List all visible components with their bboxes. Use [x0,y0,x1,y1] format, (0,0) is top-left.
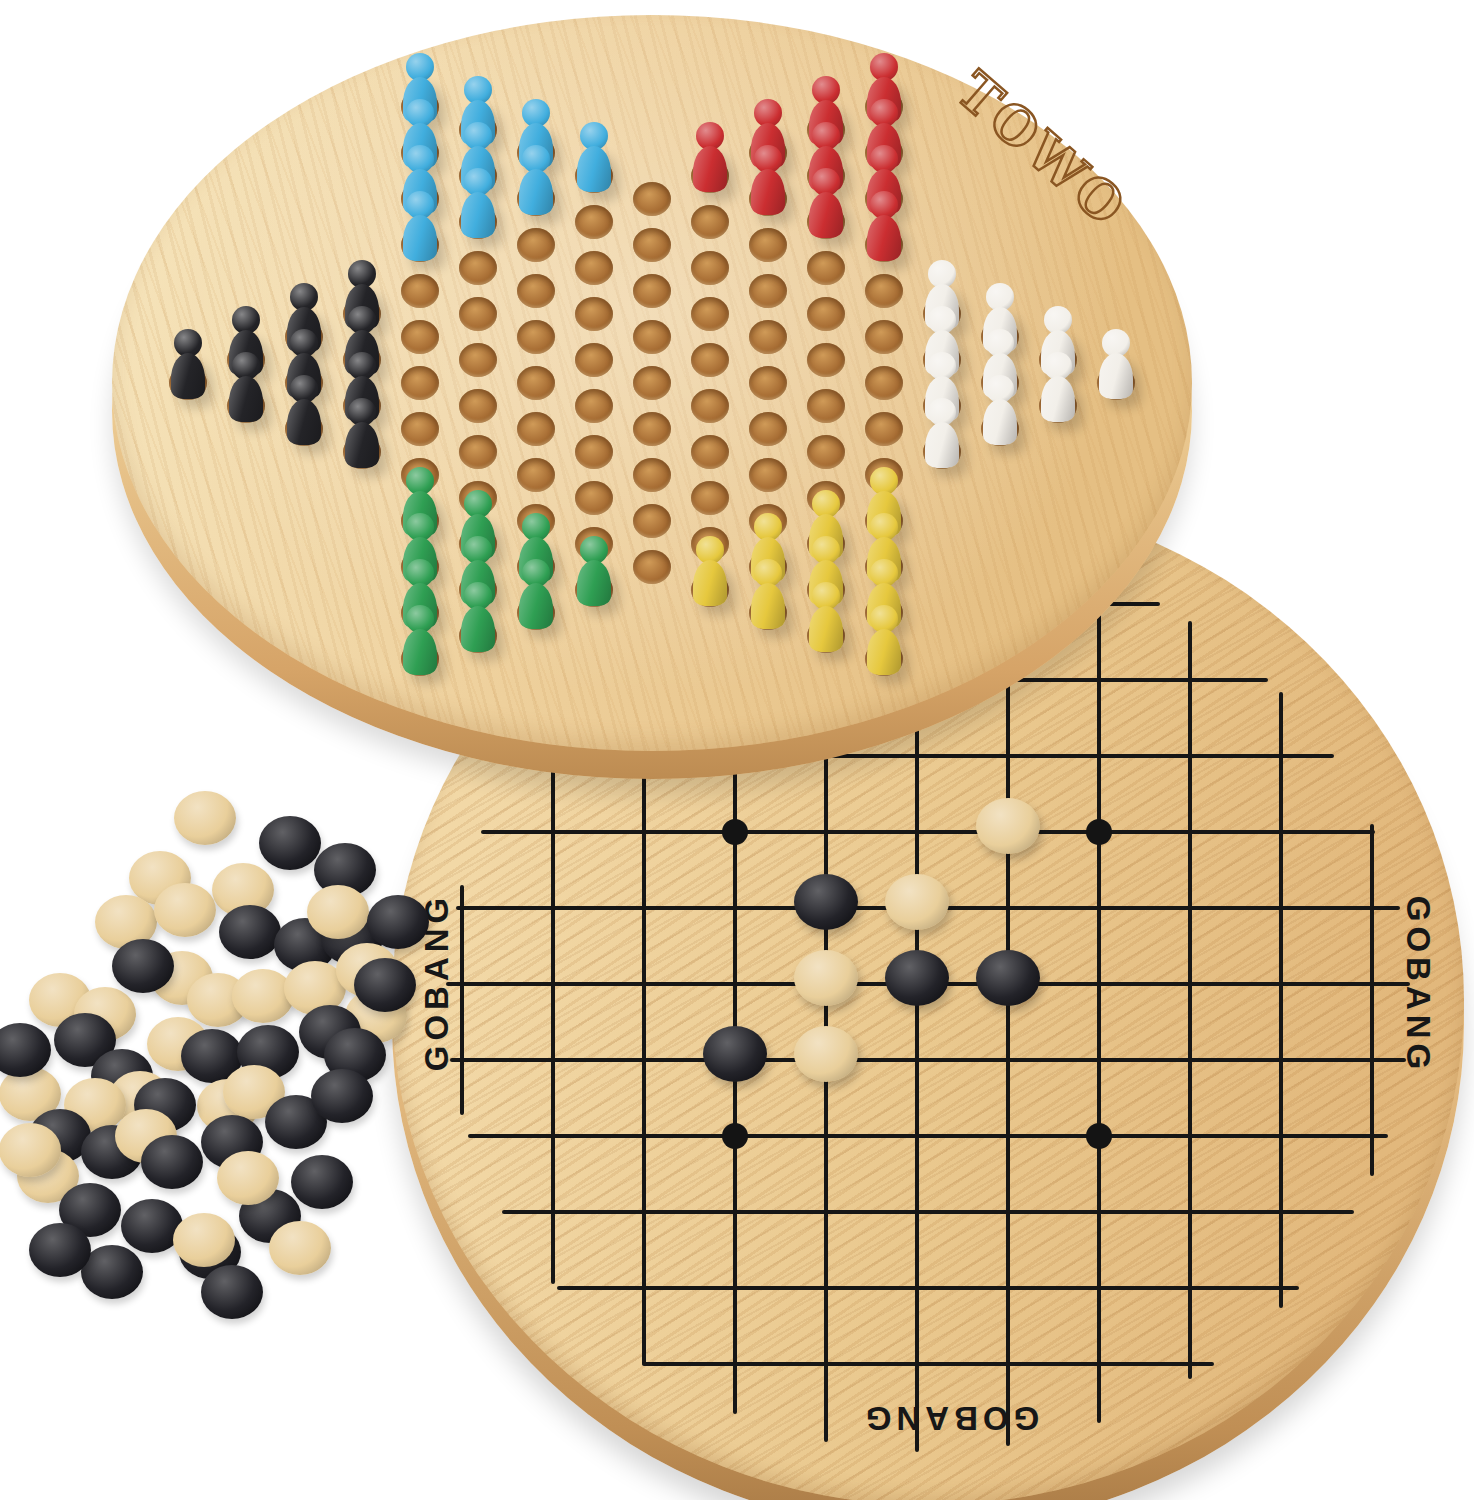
peg-body-green [519,583,553,629]
peg-hole [633,504,671,538]
peg-body-blue [461,192,495,238]
peg-hole [807,297,845,331]
peg-white [1098,329,1134,399]
peg-hole [575,297,613,331]
grid-line-horizontal [468,1134,1387,1138]
peg-body-black [345,422,379,468]
grid-line-horizontal [642,1362,1214,1366]
peg-blue [402,191,438,261]
go-stone-natural [885,874,949,930]
peg-hole [691,343,729,377]
peg-hole [517,228,555,262]
go-stone-black [794,874,858,930]
peg-hole [807,251,845,285]
go-stone-natural [794,1026,858,1082]
peg-hole [517,320,555,354]
peg-body-green [461,606,495,652]
peg-body-blue [519,169,553,215]
peg-hole [401,274,439,308]
peg-hole [807,389,845,423]
peg-black [344,398,380,468]
pile-stone-black [219,905,281,959]
peg-hole [459,343,497,377]
peg-green [460,582,496,652]
peg-yellow [692,536,728,606]
gobang-label-left: GOBANG [417,862,457,1102]
peg-hole [575,389,613,423]
peg-body-yellow [867,629,901,675]
peg-white [924,398,960,468]
peg-body-white [925,422,959,468]
peg-red [692,122,728,192]
pile-stone-black [291,1155,353,1209]
peg-hole [575,435,613,469]
peg-body-green [403,629,437,675]
peg-hole [633,366,671,400]
peg-hole [401,366,439,400]
pile-stone-black [354,958,416,1012]
peg-body-black [229,376,263,422]
grid-line-vertical [551,716,555,1284]
peg-hole [459,435,497,469]
peg-body-black [287,399,321,445]
peg-hole [459,297,497,331]
gobang-label-right: GOBANG [1398,865,1438,1105]
peg-body-red [809,192,843,238]
peg-hole [691,435,729,469]
peg-hole [691,481,729,515]
peg-black [228,352,264,422]
peg-blue [518,145,554,215]
peg-hole [401,320,439,354]
peg-hole [749,228,787,262]
product-photo: GOBANG GOBANG GOBANG TOWO [0,0,1474,1500]
peg-body-blue [403,215,437,261]
peg-body-yellow [809,606,843,652]
peg-hole [633,274,671,308]
peg-body-yellow [693,560,727,606]
star-point [722,1123,748,1149]
peg-yellow [750,559,786,629]
pile-stone-natural [269,1221,331,1275]
peg-hole [749,320,787,354]
peg-hole [575,343,613,377]
peg-hole [633,228,671,262]
peg-hole [749,458,787,492]
peg-hole [749,366,787,400]
peg-red [750,145,786,215]
grid-line-horizontal [502,1210,1353,1214]
peg-hole [865,320,903,354]
peg-hole [691,205,729,239]
peg-hole [633,458,671,492]
grid-line-vertical [1188,621,1192,1380]
peg-black [170,329,206,399]
peg-hole [865,412,903,446]
peg-hole [633,412,671,446]
peg-hole [575,251,613,285]
pile-stone-black [367,895,429,949]
grid-line-vertical [1097,577,1101,1422]
pile-stone-black [201,1265,263,1319]
pile-stone-natural [173,1213,235,1267]
peg-white [1040,352,1076,422]
pile-stone-black [311,1069,373,1123]
peg-green [402,605,438,675]
peg-hole [459,389,497,423]
go-stone-black [976,950,1040,1006]
peg-yellow [866,605,902,675]
star-point [1086,819,1112,845]
go-stone-natural [794,950,858,1006]
peg-body-red [693,146,727,192]
peg-yellow [808,582,844,652]
peg-hole [865,274,903,308]
peg-hole [517,274,555,308]
peg-body-black [171,353,205,399]
pile-stone-black [29,1223,91,1277]
go-stone-black [703,1026,767,1082]
peg-body-white [983,399,1017,445]
pile-stone-natural [0,1123,61,1177]
peg-hole [517,366,555,400]
peg-body-yellow [751,583,785,629]
pile-stone-natural [307,885,369,939]
peg-green [518,559,554,629]
peg-hole [633,550,671,584]
grid-line-vertical [460,885,464,1116]
peg-hole [517,412,555,446]
go-stone-natural [976,798,1040,854]
peg-hole [401,412,439,446]
peg-body-green [577,560,611,606]
peg-hole [459,251,497,285]
grid-line-vertical [1370,824,1374,1176]
pile-stone-black [141,1135,203,1189]
peg-green [576,536,612,606]
peg-body-white [1041,376,1075,422]
pile-stone-black [112,939,174,993]
peg-body-blue [577,146,611,192]
peg-hole [517,458,555,492]
pile-stone-natural [154,883,216,937]
peg-hole [749,412,787,446]
peg-red [808,168,844,238]
peg-hole [575,481,613,515]
pile-stone-black [259,816,321,870]
peg-hole [807,343,845,377]
peg-body-white [1099,353,1133,399]
peg-hole [691,251,729,285]
peg-blue [460,168,496,238]
gobang-label-bottom: GOBANG [830,1398,1070,1438]
grid-line-horizontal [450,1058,1405,1062]
peg-hole [633,320,671,354]
peg-hole [749,274,787,308]
pile-stone-natural [217,1151,279,1205]
grid-line-horizontal [481,830,1376,834]
peg-white [982,375,1018,445]
peg-body-red [867,215,901,261]
peg-hole [575,205,613,239]
peg-black [286,375,322,445]
peg-hole [633,182,671,216]
star-point [722,819,748,845]
peg-blue [576,122,612,192]
grid-line-horizontal [557,1286,1300,1290]
peg-red [866,191,902,261]
peg-hole [691,297,729,331]
peg-hole [865,366,903,400]
peg-hole [691,389,729,423]
pile-stone-natural [174,791,236,845]
go-stone-black [885,950,949,1006]
star-point [1086,1123,1112,1149]
grid-line-vertical [1279,692,1283,1308]
peg-hole [807,435,845,469]
peg-body-red [751,169,785,215]
